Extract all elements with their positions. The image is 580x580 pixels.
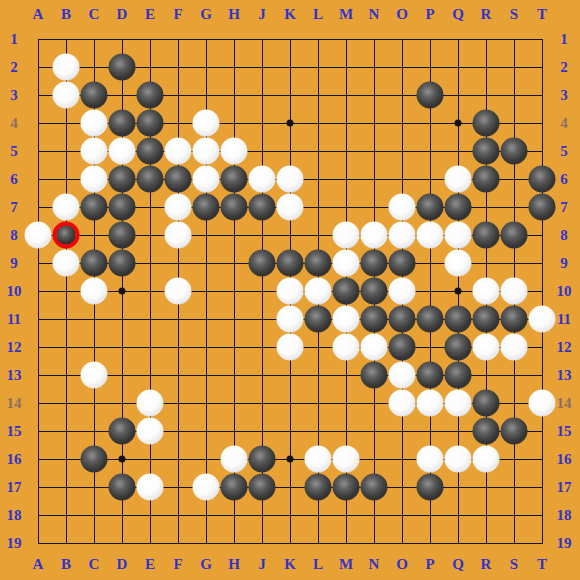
stone-white-Q8[interactable] [445,222,472,249]
stone-black-J16[interactable] [249,446,276,473]
coordinate-label: 1 [10,31,18,48]
stone-white-N8[interactable] [361,222,388,249]
coordinate-label: 7 [560,199,568,216]
stone-black-J17[interactable] [249,474,276,501]
stone-black-C7[interactable] [81,194,108,221]
coordinate-label: 9 [10,255,18,272]
stone-white-M8[interactable] [333,222,360,249]
coordinate-label: T [537,556,547,573]
coordinate-label: 16 [557,451,572,468]
coordinate-label: A [33,6,44,23]
stone-white-O10[interactable] [389,278,416,305]
stone-black-L9[interactable] [305,250,332,277]
coordinate-label: E [145,6,155,23]
stone-black-C3[interactable] [81,82,108,109]
coordinate-label: T [537,6,547,23]
stone-white-F10[interactable] [165,278,192,305]
stone-white-K12[interactable] [277,334,304,361]
stone-black-O12[interactable] [389,334,416,361]
stone-white-F8[interactable] [165,222,192,249]
star-point [287,120,294,127]
stone-black-D7[interactable] [109,194,136,221]
stone-black-D4[interactable] [109,110,136,137]
stone-white-K10[interactable] [277,278,304,305]
stone-white-M16[interactable] [333,446,360,473]
coordinate-label: C [89,6,100,23]
stone-black-R14[interactable] [473,390,500,417]
stone-black-Q12[interactable] [445,334,472,361]
stone-black-S5[interactable] [501,138,528,165]
stone-black-E6[interactable] [137,166,164,193]
coordinate-label: 18 [557,507,572,524]
coordinate-label: R [481,556,492,573]
coordinate-label: Q [452,6,464,23]
coordinate-label: B [61,6,71,23]
stone-white-C4[interactable] [81,110,108,137]
stone-black-G7[interactable] [193,194,220,221]
coordinate-label: 3 [560,87,568,104]
stone-white-T11[interactable] [529,306,556,333]
stone-black-D2[interactable] [109,54,136,81]
stone-white-H5[interactable] [221,138,248,165]
coordinate-label: P [425,6,434,23]
stone-black-R4[interactable] [473,110,500,137]
coordinate-label: 12 [7,339,22,356]
coordinate-label: D [117,6,128,23]
stone-black-J7[interactable] [249,194,276,221]
coordinate-label: 16 [7,451,22,468]
stone-black-H6[interactable] [221,166,248,193]
stone-white-R10[interactable] [473,278,500,305]
stone-black-P11[interactable] [417,306,444,333]
stone-white-Q9[interactable] [445,250,472,277]
stone-black-R5[interactable] [473,138,500,165]
stone-black-M10[interactable] [333,278,360,305]
stone-white-K11[interactable] [277,306,304,333]
stone-white-L10[interactable] [305,278,332,305]
coordinate-label: 17 [7,479,22,496]
coordinate-label: Q [452,556,464,573]
coordinate-label: P [425,556,434,573]
stone-black-L17[interactable] [305,474,332,501]
coordinate-label: 14 [7,395,22,412]
stone-black-H17[interactable] [221,474,248,501]
stone-black-E5[interactable] [137,138,164,165]
stone-white-K6[interactable] [277,166,304,193]
stone-white-J6[interactable] [249,166,276,193]
coordinate-label: 6 [10,171,18,188]
coordinate-label: M [339,6,353,23]
coordinate-label: D [117,556,128,573]
coordinate-label: 6 [560,171,568,188]
coordinate-label: 11 [7,311,21,328]
stone-black-Q11[interactable] [445,306,472,333]
stone-white-G4[interactable] [193,110,220,137]
stone-white-Q14[interactable] [445,390,472,417]
stone-black-J9[interactable] [249,250,276,277]
stone-black-N11[interactable] [361,306,388,333]
stone-white-O13[interactable] [389,362,416,389]
coordinate-label: O [396,6,408,23]
star-point [119,456,126,463]
stone-black-S11[interactable] [501,306,528,333]
coordinate-label: S [510,556,518,573]
stone-black-R6[interactable] [473,166,500,193]
stone-white-E14[interactable] [137,390,164,417]
coordinate-label: H [228,556,240,573]
stone-white-C13[interactable] [81,362,108,389]
stone-white-G6[interactable] [193,166,220,193]
coordinate-label: N [369,556,380,573]
coordinate-label: 19 [557,535,572,552]
coordinate-label: G [200,6,212,23]
stone-black-D6[interactable] [109,166,136,193]
stone-white-F5[interactable] [165,138,192,165]
stone-black-N17[interactable] [361,474,388,501]
coordinate-label: 15 [7,423,22,440]
stone-black-H7[interactable] [221,194,248,221]
stone-white-B9[interactable] [53,250,80,277]
coordinate-label: 10 [557,283,572,300]
stone-black-L11[interactable] [305,306,332,333]
coordinate-label: K [284,6,296,23]
stone-black-P3[interactable] [417,82,444,109]
stone-white-L16[interactable] [305,446,332,473]
coordinate-label: F [173,556,182,573]
coordinate-label: 13 [7,367,22,384]
coordinate-label: 9 [560,255,568,272]
stone-black-Q7[interactable] [445,194,472,221]
stone-white-G5[interactable] [193,138,220,165]
coordinate-label: L [313,556,323,573]
coordinate-label: 12 [557,339,572,356]
stone-white-D5[interactable] [109,138,136,165]
stone-white-T14[interactable] [529,390,556,417]
stone-white-C10[interactable] [81,278,108,305]
stone-white-N12[interactable] [361,334,388,361]
coordinate-label: K [284,556,296,573]
coordinate-label: L [313,6,323,23]
stone-black-N13[interactable] [361,362,388,389]
coordinate-label: C [89,556,100,573]
stone-white-M9[interactable] [333,250,360,277]
stone-black-M17[interactable] [333,474,360,501]
stone-black-P7[interactable] [417,194,444,221]
stone-white-O8[interactable] [389,222,416,249]
coordinate-label: 14 [557,395,572,412]
coordinate-label: R [481,6,492,23]
stone-white-O7[interactable] [389,194,416,221]
coordinate-label: F [173,6,182,23]
coordinate-label: 1 [560,31,568,48]
stone-black-R15[interactable] [473,418,500,445]
coordinate-label: 8 [560,227,568,244]
stone-white-M12[interactable] [333,334,360,361]
stone-black-N10[interactable] [361,278,388,305]
coordinate-label: 5 [10,143,18,160]
stone-white-Q6[interactable] [445,166,472,193]
stone-white-P8[interactable] [417,222,444,249]
star-point [119,288,126,295]
stone-white-S12[interactable] [501,334,528,361]
coordinate-label: 2 [560,59,568,76]
stone-black-P13[interactable] [417,362,444,389]
coordinate-label: O [396,556,408,573]
coordinate-label: G [200,556,212,573]
star-point [455,288,462,295]
stone-black-C9[interactable] [81,250,108,277]
stone-white-C5[interactable] [81,138,108,165]
coordinate-label: 18 [7,507,22,524]
stone-white-E17[interactable] [137,474,164,501]
star-point [287,456,294,463]
last-move-stone-black-B8[interactable] [53,222,80,249]
stone-black-K9[interactable] [277,250,304,277]
coordinate-label: N [369,6,380,23]
go-board-app: ABCDEFGHJKLMNOPQRST ABCDEFGHJKLMNOPQRST … [0,0,580,580]
coordinate-label: 10 [7,283,22,300]
coordinate-label: J [258,6,266,23]
stone-black-N9[interactable] [361,250,388,277]
stone-black-D8[interactable] [109,222,136,249]
stone-white-H16[interactable] [221,446,248,473]
stone-white-C6[interactable] [81,166,108,193]
coordinate-label: 15 [557,423,572,440]
coordinate-label: 8 [10,227,18,244]
stone-black-C16[interactable] [81,446,108,473]
coordinate-label: 5 [560,143,568,160]
stone-white-M11[interactable] [333,306,360,333]
stone-black-S8[interactable] [501,222,528,249]
stone-white-G17[interactable] [193,474,220,501]
stone-black-D9[interactable] [109,250,136,277]
coordinate-label: 4 [10,115,18,132]
coordinate-label: J [258,556,266,573]
stone-white-E15[interactable] [137,418,164,445]
stone-white-B7[interactable] [53,194,80,221]
coordinate-label: 11 [557,311,571,328]
stone-black-T6[interactable] [529,166,556,193]
stone-white-P16[interactable] [417,446,444,473]
stone-black-D15[interactable] [109,418,136,445]
stone-black-T7[interactable] [529,194,556,221]
stone-black-P17[interactable] [417,474,444,501]
coordinate-label: 4 [560,115,568,132]
coordinate-label: 7 [10,199,18,216]
stone-white-B2[interactable] [53,54,80,81]
coordinate-label: B [61,556,71,573]
stone-black-O9[interactable] [389,250,416,277]
coordinate-label: 2 [10,59,18,76]
coordinate-label: H [228,6,240,23]
stone-black-O11[interactable] [389,306,416,333]
coordinate-label: E [145,556,155,573]
stone-black-F6[interactable] [165,166,192,193]
stone-black-R8[interactable] [473,222,500,249]
star-point [455,120,462,127]
coordinate-label: A [33,556,44,573]
stone-black-E4[interactable] [137,110,164,137]
stone-black-Q13[interactable] [445,362,472,389]
stone-white-Q16[interactable] [445,446,472,473]
coordinate-label: 13 [557,367,572,384]
stone-white-S10[interactable] [501,278,528,305]
stone-white-R16[interactable] [473,446,500,473]
stone-black-R11[interactable] [473,306,500,333]
stone-white-F7[interactable] [165,194,192,221]
coordinate-label: S [510,6,518,23]
coordinate-label: 17 [557,479,572,496]
stone-black-S15[interactable] [501,418,528,445]
stone-white-B3[interactable] [53,82,80,109]
stone-white-K7[interactable] [277,194,304,221]
coordinate-label: 19 [7,535,22,552]
stone-black-D17[interactable] [109,474,136,501]
stone-black-E3[interactable] [137,82,164,109]
stone-white-P14[interactable] [417,390,444,417]
coordinate-label: M [339,556,353,573]
stone-white-R12[interactable] [473,334,500,361]
stone-white-O14[interactable] [389,390,416,417]
stone-white-A8[interactable] [25,222,52,249]
coordinate-label: 3 [10,87,18,104]
